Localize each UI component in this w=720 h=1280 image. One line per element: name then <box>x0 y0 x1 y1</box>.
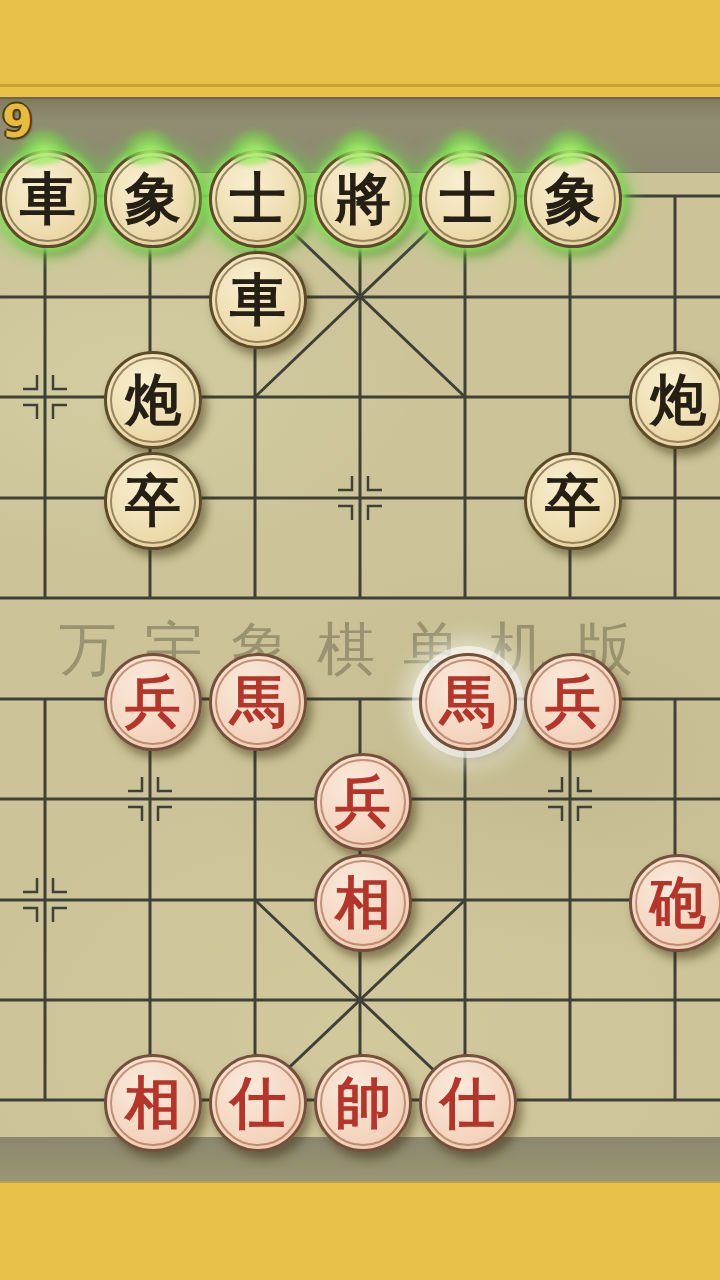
piece-glyph: 炮 <box>650 371 706 429</box>
piece-black-士[interactable]: 士 <box>419 150 517 248</box>
piece-black-車[interactable]: 車 <box>0 150 97 248</box>
piece-glyph: 兵 <box>545 673 601 731</box>
piece-glyph: 卒 <box>545 472 601 530</box>
piece-red-兵[interactable]: 兵 <box>524 653 622 751</box>
piece-red-馬[interactable]: 馬 <box>209 653 307 751</box>
piece-glyph: 砲 <box>650 874 706 932</box>
piece-black-將[interactable]: 將 <box>314 150 412 248</box>
piece-black-車[interactable]: 車 <box>209 251 307 349</box>
piece-glyph: 卒 <box>125 472 181 530</box>
piece-glyph: 兵 <box>125 673 181 731</box>
piece-glyph: 士 <box>230 170 286 228</box>
piece-glyph: 仕 <box>440 1074 496 1132</box>
piece-red-帥[interactable]: 帥 <box>314 1054 412 1152</box>
piece-red-仕[interactable]: 仕 <box>209 1054 307 1152</box>
piece-glyph: 炮 <box>125 371 181 429</box>
piece-glyph: 仕 <box>230 1074 286 1132</box>
piece-red-仕[interactable]: 仕 <box>419 1054 517 1152</box>
piece-red-砲[interactable]: 砲 <box>629 854 720 952</box>
piece-red-相[interactable]: 相 <box>104 1054 202 1152</box>
piece-red-相[interactable]: 相 <box>314 854 412 952</box>
piece-glyph: 車 <box>20 170 76 228</box>
piece-black-象[interactable]: 象 <box>104 150 202 248</box>
piece-black-士[interactable]: 士 <box>209 150 307 248</box>
piece-glyph: 帥 <box>335 1074 391 1132</box>
piece-glyph: 馬 <box>230 673 286 731</box>
piece-red-馬[interactable]: 馬 <box>419 653 517 751</box>
piece-glyph: 車 <box>230 271 286 329</box>
piece-black-炮[interactable]: 炮 <box>104 351 202 449</box>
piece-glyph: 相 <box>335 874 391 932</box>
piece-glyph: 象 <box>545 170 601 228</box>
piece-glyph: 象 <box>125 170 181 228</box>
piece-glyph: 兵 <box>335 773 391 831</box>
piece-glyph: 相 <box>125 1074 181 1132</box>
piece-red-兵[interactable]: 兵 <box>104 653 202 751</box>
piece-glyph: 馬 <box>440 673 496 731</box>
piece-black-卒[interactable]: 卒 <box>524 452 622 550</box>
piece-black-卒[interactable]: 卒 <box>104 452 202 550</box>
piece-red-兵[interactable]: 兵 <box>314 753 412 851</box>
move-counter: 9 <box>2 100 33 144</box>
game-screen: 万宇象棋单机版 9 車象士將士象車炮炮卒卒兵馬馬兵兵相砲相仕帥仕 <box>0 0 720 1280</box>
pieces-layer: 車象士將士象車炮炮卒卒兵馬馬兵兵相砲相仕帥仕 <box>0 0 720 1280</box>
piece-black-象[interactable]: 象 <box>524 150 622 248</box>
piece-glyph: 將 <box>335 170 391 228</box>
piece-black-炮[interactable]: 炮 <box>629 351 720 449</box>
piece-glyph: 士 <box>440 170 496 228</box>
